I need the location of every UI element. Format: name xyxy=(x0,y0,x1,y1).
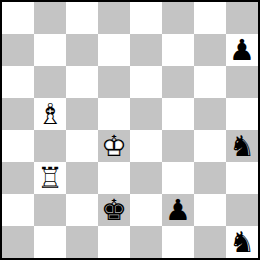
square-h8[interactable] xyxy=(226,2,258,34)
square-g4[interactable] xyxy=(194,130,226,162)
square-a6[interactable] xyxy=(2,66,34,98)
black-knight-glyph: ♞ xyxy=(226,226,258,258)
square-a1[interactable] xyxy=(2,226,34,258)
square-c8[interactable] xyxy=(66,2,98,34)
square-g3[interactable] xyxy=(194,162,226,194)
square-d7[interactable] xyxy=(98,34,130,66)
square-e7[interactable] xyxy=(130,34,162,66)
board-frame: ♟♝♗♚♔♞♜♖♚♟♞ xyxy=(0,0,260,260)
square-a7[interactable] xyxy=(2,34,34,66)
square-f2[interactable]: ♟ xyxy=(162,194,194,226)
white-bishop-glyph: ♗ xyxy=(34,98,66,130)
white-king-glyph: ♔ xyxy=(98,130,130,162)
black-knight[interactable]: ♞ xyxy=(226,130,258,162)
black-knight[interactable]: ♞ xyxy=(226,226,258,258)
white-bishop[interactable]: ♝♗ xyxy=(34,98,66,130)
square-h5[interactable] xyxy=(226,98,258,130)
square-c4[interactable] xyxy=(66,130,98,162)
white-rook-glyph: ♖ xyxy=(34,162,66,194)
square-e2[interactable] xyxy=(130,194,162,226)
square-a3[interactable] xyxy=(2,162,34,194)
square-b1[interactable] xyxy=(34,226,66,258)
square-a4[interactable] xyxy=(2,130,34,162)
square-f3[interactable] xyxy=(162,162,194,194)
white-king[interactable]: ♚♔ xyxy=(98,130,130,162)
square-h2[interactable] xyxy=(226,194,258,226)
square-g5[interactable] xyxy=(194,98,226,130)
square-e6[interactable] xyxy=(130,66,162,98)
black-pawn[interactable]: ♟ xyxy=(162,194,194,226)
square-g1[interactable] xyxy=(194,226,226,258)
black-king[interactable]: ♚ xyxy=(98,194,130,226)
square-b7[interactable] xyxy=(34,34,66,66)
square-g2[interactable] xyxy=(194,194,226,226)
square-d6[interactable] xyxy=(98,66,130,98)
square-c7[interactable] xyxy=(66,34,98,66)
square-b3[interactable]: ♜♖ xyxy=(34,162,66,194)
square-b2[interactable] xyxy=(34,194,66,226)
black-pawn-glyph: ♟ xyxy=(162,194,194,226)
square-h6[interactable] xyxy=(226,66,258,98)
square-f5[interactable] xyxy=(162,98,194,130)
square-h3[interactable] xyxy=(226,162,258,194)
black-pawn-glyph: ♟ xyxy=(226,34,258,66)
square-c5[interactable] xyxy=(66,98,98,130)
black-pawn[interactable]: ♟ xyxy=(226,34,258,66)
chess-board: ♟♝♗♚♔♞♜♖♚♟♞ xyxy=(2,2,258,258)
square-g6[interactable] xyxy=(194,66,226,98)
black-knight-glyph: ♞ xyxy=(226,130,258,162)
square-e8[interactable] xyxy=(130,2,162,34)
square-d3[interactable] xyxy=(98,162,130,194)
square-g8[interactable] xyxy=(194,2,226,34)
square-b5[interactable]: ♝♗ xyxy=(34,98,66,130)
square-e5[interactable] xyxy=(130,98,162,130)
square-c3[interactable] xyxy=(66,162,98,194)
square-a2[interactable] xyxy=(2,194,34,226)
square-d8[interactable] xyxy=(98,2,130,34)
square-c6[interactable] xyxy=(66,66,98,98)
square-b8[interactable] xyxy=(34,2,66,34)
square-d1[interactable] xyxy=(98,226,130,258)
square-a8[interactable] xyxy=(2,2,34,34)
square-e4[interactable] xyxy=(130,130,162,162)
square-c2[interactable] xyxy=(66,194,98,226)
square-c1[interactable] xyxy=(66,226,98,258)
square-b4[interactable] xyxy=(34,130,66,162)
square-f4[interactable] xyxy=(162,130,194,162)
square-h4[interactable]: ♞ xyxy=(226,130,258,162)
white-rook[interactable]: ♜♖ xyxy=(34,162,66,194)
square-f7[interactable] xyxy=(162,34,194,66)
square-b6[interactable] xyxy=(34,66,66,98)
square-h7[interactable]: ♟ xyxy=(226,34,258,66)
square-f1[interactable] xyxy=(162,226,194,258)
square-d5[interactable] xyxy=(98,98,130,130)
square-d4[interactable]: ♚♔ xyxy=(98,130,130,162)
square-e1[interactable] xyxy=(130,226,162,258)
square-e3[interactable] xyxy=(130,162,162,194)
square-h1[interactable]: ♞ xyxy=(226,226,258,258)
square-g7[interactable] xyxy=(194,34,226,66)
black-king-glyph: ♚ xyxy=(98,194,130,226)
square-a5[interactable] xyxy=(2,98,34,130)
square-f6[interactable] xyxy=(162,66,194,98)
square-d2[interactable]: ♚ xyxy=(98,194,130,226)
square-f8[interactable] xyxy=(162,2,194,34)
